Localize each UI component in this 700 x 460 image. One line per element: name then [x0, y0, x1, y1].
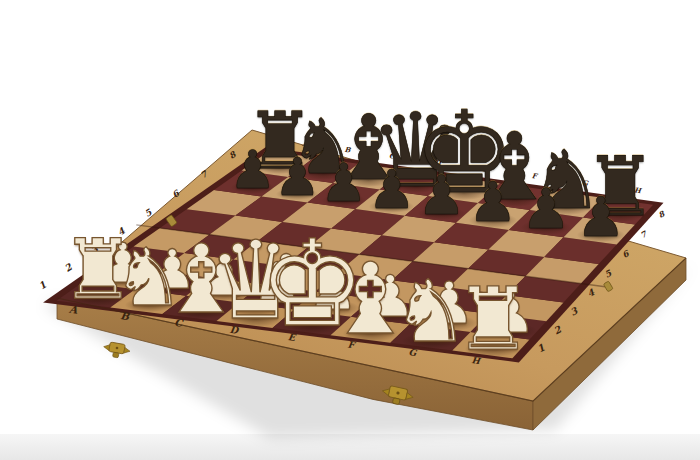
photo-scene: AABBCCDDEEFFGGHH1122334455667788 ♜♞♝♛♚♝♞…	[0, 0, 700, 460]
piece-white-rook-h1[interactable]: ♜	[423, 276, 563, 362]
piece-black-pawn-h7[interactable]: ♟	[531, 190, 671, 245]
